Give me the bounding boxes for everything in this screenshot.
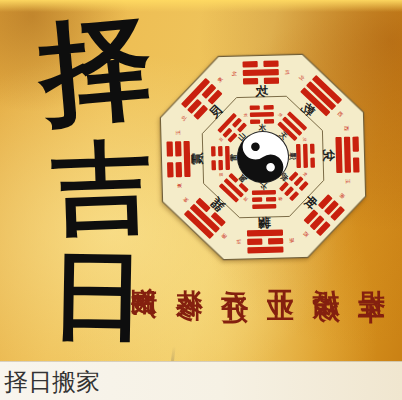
calligraphy-char-ze: 择 <box>35 9 154 130</box>
trigram-line <box>250 112 274 117</box>
trigram-line <box>247 238 262 245</box>
caption-text: 择日搬家 <box>4 366 100 398</box>
bagua-label: 坎 <box>243 112 248 117</box>
trigram-line <box>175 141 182 156</box>
bagua-label: 正 <box>285 69 290 75</box>
trigram-line <box>263 60 278 67</box>
trigram-line <box>247 246 283 253</box>
trigram-line <box>252 204 276 209</box>
services-list: 提车 婚嫁 开业 乔迁 装修 剖腹产 <box>130 268 384 278</box>
trigram-line <box>176 162 183 177</box>
trigram-line <box>310 144 315 154</box>
bagua-label: 正 <box>345 179 351 184</box>
bagua-label: 坎 <box>254 83 268 98</box>
service-item: 婚嫁 <box>311 268 338 278</box>
trigram-line <box>266 197 276 202</box>
trigram-line <box>243 69 279 76</box>
trigram-line <box>264 105 274 110</box>
bagua-label: 火 <box>259 182 268 191</box>
bagua-label: 兌 <box>321 148 336 162</box>
bagua-label: 澤 <box>288 152 297 161</box>
trigram-line <box>352 136 359 151</box>
bagua-label: 正 <box>236 239 241 245</box>
bagua-label: 兌 <box>303 137 308 141</box>
bagua-label: 離 <box>279 197 283 202</box>
bagua-label: 東 <box>176 183 182 188</box>
trigram-line <box>303 144 308 168</box>
trigram-line <box>268 238 283 245</box>
trigram-line <box>167 162 174 177</box>
calligraphy-char-ji: 吉 <box>50 136 151 239</box>
caption-bar: 择日搬家 <box>0 361 402 400</box>
trigram-line <box>310 158 315 168</box>
bagua-label: 雷 <box>229 154 238 162</box>
service-item: 提车 <box>357 268 384 278</box>
trigram-line <box>211 160 216 170</box>
bagua-label: 震 <box>189 151 204 165</box>
service-item: 装修 <box>175 268 202 278</box>
bagua-label: 離 <box>257 215 271 230</box>
bagua-label: 南 <box>289 238 294 244</box>
service-item: 剖腹产 <box>130 266 156 272</box>
service-item: 开业 <box>266 268 293 278</box>
trigram-line <box>250 105 260 110</box>
trigram-line <box>252 197 262 202</box>
trigram-line <box>211 146 216 156</box>
calligraphy-column: 择 吉 日 <box>40 14 150 344</box>
bagua-label: 正 <box>175 130 181 135</box>
bagua-label: 震 <box>218 173 223 177</box>
service-item: 乔迁 <box>220 268 247 278</box>
calligraphy-char-ri: 日 <box>49 247 151 345</box>
bagua-label: 水 <box>258 123 267 132</box>
trigram-line <box>242 61 257 68</box>
trigram-line <box>353 157 360 172</box>
poster: 择 吉 日 正北坎坎水東北艮艮山正東震震雷東南巽巽風正南離離火西南坤坤地正西兌兌… <box>0 0 402 400</box>
trigram-line <box>218 146 223 156</box>
trigram-line <box>218 160 223 170</box>
bagua-diagram: 正北坎坎水東北艮艮山正東震震雷東南巽巽風正南離離火西南坤坤地正西兌兌澤西北乾乾天 <box>140 34 386 280</box>
trigram-line <box>344 137 351 173</box>
trigram-line <box>166 141 173 156</box>
